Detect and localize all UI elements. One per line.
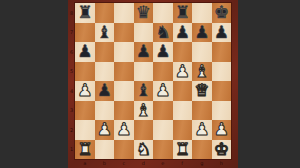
square-e6[interactable]: ♟: [153, 42, 173, 62]
black-pawn: ♟: [136, 42, 151, 62]
black-bishop: ♝: [97, 23, 112, 43]
rank-label-5: 5: [68, 69, 75, 74]
square-d1[interactable]: ♞: [134, 140, 154, 160]
square-b6[interactable]: [95, 42, 115, 62]
square-b8[interactable]: [95, 3, 115, 23]
white-bishop: ♝: [136, 101, 151, 121]
square-b2[interactable]: ♟: [95, 120, 115, 140]
square-e4[interactable]: ♟: [153, 81, 173, 101]
chess-board-frame: ♜♛♜♚♝♞♟♟♟♟♟♟♟♝♟♟♝♟♛♝♟♟♟♟♜♞♜♚ 87654321abc…: [68, 0, 238, 168]
white-rook: ♜: [77, 140, 92, 160]
black-rook: ♜: [175, 3, 190, 23]
square-a1[interactable]: ♜: [75, 140, 95, 160]
square-g2[interactable]: ♟: [192, 120, 212, 140]
square-h4[interactable]: [212, 81, 232, 101]
square-h7[interactable]: ♟: [212, 23, 232, 43]
square-h5[interactable]: [212, 62, 232, 82]
file-label-h: h: [212, 161, 232, 166]
black-pawn: ♟: [214, 23, 229, 43]
square-b5[interactable]: [95, 62, 115, 82]
square-f2[interactable]: [173, 120, 193, 140]
square-g1[interactable]: [192, 140, 212, 160]
square-b3[interactable]: [95, 101, 115, 121]
chess-board: ♜♛♜♚♝♞♟♟♟♟♟♟♟♝♟♟♝♟♛♝♟♟♟♟♜♞♜♚: [75, 3, 231, 159]
file-label-e: e: [153, 161, 173, 166]
square-c4[interactable]: [114, 81, 134, 101]
letterbox-right: [238, 0, 300, 168]
square-g4[interactable]: ♛: [192, 81, 212, 101]
square-e2[interactable]: [153, 120, 173, 140]
black-knight: ♞: [155, 23, 170, 43]
square-f8[interactable]: ♜: [173, 3, 193, 23]
rank-label-1: 1: [68, 147, 75, 152]
square-d8[interactable]: ♛: [134, 3, 154, 23]
square-h2[interactable]: ♟: [212, 120, 232, 140]
rank-label-8: 8: [68, 11, 75, 16]
square-a6[interactable]: ♟: [75, 42, 95, 62]
file-label-d: d: [134, 161, 154, 166]
file-label-a: a: [75, 161, 95, 166]
black-pawn: ♟: [77, 42, 92, 62]
white-queen: ♛: [194, 81, 209, 101]
black-king: ♚: [214, 3, 229, 23]
black-rook: ♜: [77, 3, 92, 23]
square-e5[interactable]: [153, 62, 173, 82]
white-rook: ♜: [175, 140, 190, 160]
square-a4[interactable]: ♟: [75, 81, 95, 101]
square-c5[interactable]: [114, 62, 134, 82]
square-b7[interactable]: ♝: [95, 23, 115, 43]
rank-label-7: 7: [68, 30, 75, 35]
square-a8[interactable]: ♜: [75, 3, 95, 23]
rank-label-4: 4: [68, 89, 75, 94]
white-pawn: ♟: [175, 62, 190, 82]
square-a7[interactable]: [75, 23, 95, 43]
letterbox-left: [0, 0, 68, 168]
square-d5[interactable]: [134, 62, 154, 82]
square-f5[interactable]: ♟: [173, 62, 193, 82]
square-c2[interactable]: ♟: [114, 120, 134, 140]
black-pawn: ♟: [175, 23, 190, 43]
square-d7[interactable]: [134, 23, 154, 43]
square-d2[interactable]: [134, 120, 154, 140]
file-label-g: g: [192, 161, 212, 166]
square-h1[interactable]: ♚: [212, 140, 232, 160]
white-pawn: ♟: [77, 81, 92, 101]
black-bishop: ♝: [136, 81, 151, 101]
square-g7[interactable]: ♟: [192, 23, 212, 43]
square-h8[interactable]: ♚: [212, 3, 232, 23]
square-d4[interactable]: ♝: [134, 81, 154, 101]
square-a2[interactable]: [75, 120, 95, 140]
white-king: ♚: [214, 140, 229, 160]
square-f4[interactable]: [173, 81, 193, 101]
rank-label-2: 2: [68, 128, 75, 133]
square-f6[interactable]: [173, 42, 193, 62]
white-knight: ♞: [136, 140, 151, 160]
file-label-b: b: [95, 161, 115, 166]
square-g3[interactable]: [192, 101, 212, 121]
square-d6[interactable]: ♟: [134, 42, 154, 62]
file-label-c: c: [114, 161, 134, 166]
square-f7[interactable]: ♟: [173, 23, 193, 43]
square-h6[interactable]: [212, 42, 232, 62]
file-label-f: f: [173, 161, 193, 166]
rank-label-6: 6: [68, 50, 75, 55]
square-c3[interactable]: [114, 101, 134, 121]
square-c1[interactable]: [114, 140, 134, 160]
square-c8[interactable]: [114, 3, 134, 23]
square-e3[interactable]: [153, 101, 173, 121]
square-h3[interactable]: [212, 101, 232, 121]
black-pawn: ♟: [97, 81, 112, 101]
white-bishop: ♝: [194, 62, 209, 82]
square-e1[interactable]: [153, 140, 173, 160]
square-f3[interactable]: [173, 101, 193, 121]
square-e7[interactable]: ♞: [153, 23, 173, 43]
square-g8[interactable]: [192, 3, 212, 23]
square-g5[interactable]: ♝: [192, 62, 212, 82]
white-pawn: ♟: [116, 120, 131, 140]
white-pawn: ♟: [194, 120, 209, 140]
rank-label-3: 3: [68, 108, 75, 113]
square-d3[interactable]: ♝: [134, 101, 154, 121]
square-a5[interactable]: [75, 62, 95, 82]
white-pawn: ♟: [155, 81, 170, 101]
square-g6[interactable]: [192, 42, 212, 62]
square-c7[interactable]: [114, 23, 134, 43]
square-b4[interactable]: ♟: [95, 81, 115, 101]
white-pawn: ♟: [214, 120, 229, 140]
black-queen: ♛: [136, 3, 151, 23]
square-a3[interactable]: [75, 101, 95, 121]
black-pawn: ♟: [155, 42, 170, 62]
black-pawn: ♟: [194, 23, 209, 43]
square-e8[interactable]: [153, 3, 173, 23]
square-c6[interactable]: [114, 42, 134, 62]
white-pawn: ♟: [97, 120, 112, 140]
square-f1[interactable]: ♜: [173, 140, 193, 160]
square-b1[interactable]: [95, 140, 115, 160]
